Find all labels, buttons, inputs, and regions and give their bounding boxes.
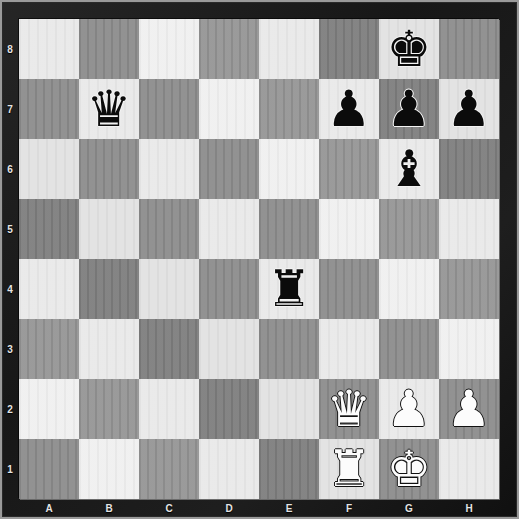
square-b8[interactable]	[79, 19, 139, 79]
square-a2[interactable]	[19, 379, 79, 439]
rank-label-1: 1	[2, 439, 18, 499]
square-a5[interactable]	[19, 199, 79, 259]
square-f1[interactable]: ♜	[319, 439, 379, 499]
square-c6[interactable]	[139, 139, 199, 199]
file-label-b: B	[79, 500, 139, 517]
square-e6[interactable]	[259, 139, 319, 199]
square-h3[interactable]	[439, 319, 499, 379]
square-c5[interactable]	[139, 199, 199, 259]
square-d4[interactable]	[199, 259, 259, 319]
square-d6[interactable]	[199, 139, 259, 199]
square-e8[interactable]	[259, 19, 319, 79]
square-b4[interactable]	[79, 259, 139, 319]
square-b1[interactable]	[79, 439, 139, 499]
square-f4[interactable]	[319, 259, 379, 319]
square-c1[interactable]	[139, 439, 199, 499]
file-label-h: H	[439, 500, 499, 517]
square-g3[interactable]	[379, 319, 439, 379]
square-d2[interactable]	[199, 379, 259, 439]
piece-black-rook-e4[interactable]: ♜	[259, 259, 319, 319]
piece-black-pawn-g7[interactable]: ♟	[379, 79, 439, 139]
square-a7[interactable]	[19, 79, 79, 139]
rank-label-5: 5	[2, 199, 18, 259]
square-g8[interactable]: ♚	[379, 19, 439, 79]
square-e3[interactable]	[259, 319, 319, 379]
square-g7[interactable]: ♟	[379, 79, 439, 139]
square-d8[interactable]	[199, 19, 259, 79]
rank-label-8: 8	[2, 19, 18, 79]
square-d7[interactable]	[199, 79, 259, 139]
square-b2[interactable]	[79, 379, 139, 439]
piece-white-pawn-g2[interactable]: ♟	[379, 379, 439, 439]
square-g5[interactable]	[379, 199, 439, 259]
square-b7[interactable]: ♛	[79, 79, 139, 139]
square-e4[interactable]: ♜	[259, 259, 319, 319]
square-a3[interactable]	[19, 319, 79, 379]
square-g1[interactable]: ♚	[379, 439, 439, 499]
rank-label-4: 4	[2, 259, 18, 319]
square-e1[interactable]	[259, 439, 319, 499]
square-a1[interactable]	[19, 439, 79, 499]
piece-black-queen-b7[interactable]: ♛	[79, 79, 139, 139]
square-b3[interactable]	[79, 319, 139, 379]
square-c4[interactable]	[139, 259, 199, 319]
square-c3[interactable]	[139, 319, 199, 379]
file-label-g: G	[379, 500, 439, 517]
rank-label-7: 7	[2, 79, 18, 139]
piece-black-pawn-f7[interactable]: ♟	[319, 79, 379, 139]
rank-label-2: 2	[2, 379, 18, 439]
square-f7[interactable]: ♟	[319, 79, 379, 139]
file-label-e: E	[259, 500, 319, 517]
square-h1[interactable]	[439, 439, 499, 499]
square-f3[interactable]	[319, 319, 379, 379]
square-h7[interactable]: ♟	[439, 79, 499, 139]
square-e2[interactable]	[259, 379, 319, 439]
square-c7[interactable]	[139, 79, 199, 139]
square-a4[interactable]	[19, 259, 79, 319]
square-h2[interactable]: ♟	[439, 379, 499, 439]
rank-label-3: 3	[2, 319, 18, 379]
piece-white-pawn-h2[interactable]: ♟	[439, 379, 499, 439]
piece-black-bishop-g6[interactable]: ♝	[379, 139, 439, 199]
square-g6[interactable]: ♝	[379, 139, 439, 199]
board: ♚♛♟♟♟♝♜♛♟♟♜♚	[19, 19, 499, 499]
square-e7[interactable]	[259, 79, 319, 139]
piece-black-pawn-h7[interactable]: ♟	[439, 79, 499, 139]
square-c8[interactable]	[139, 19, 199, 79]
square-h8[interactable]	[439, 19, 499, 79]
file-label-c: C	[139, 500, 199, 517]
square-d5[interactable]	[199, 199, 259, 259]
square-h4[interactable]	[439, 259, 499, 319]
square-g2[interactable]: ♟	[379, 379, 439, 439]
file-label-d: D	[199, 500, 259, 517]
square-f5[interactable]	[319, 199, 379, 259]
square-f2[interactable]: ♛	[319, 379, 379, 439]
square-a6[interactable]	[19, 139, 79, 199]
square-h6[interactable]	[439, 139, 499, 199]
square-g4[interactable]	[379, 259, 439, 319]
file-label-f: F	[319, 500, 379, 517]
file-label-a: A	[19, 500, 79, 517]
chess-diagram: ♚♛♟♟♟♝♜♛♟♟♜♚ 87654321ABCDEFGH	[0, 0, 519, 519]
piece-white-king-g1[interactable]: ♚	[379, 439, 439, 499]
square-b5[interactable]	[79, 199, 139, 259]
square-c2[interactable]	[139, 379, 199, 439]
piece-white-rook-f1[interactable]: ♜	[319, 439, 379, 499]
square-a8[interactable]	[19, 19, 79, 79]
square-h5[interactable]	[439, 199, 499, 259]
piece-white-queen-f2[interactable]: ♛	[319, 379, 379, 439]
square-b6[interactable]	[79, 139, 139, 199]
square-f8[interactable]	[319, 19, 379, 79]
square-d3[interactable]	[199, 319, 259, 379]
rank-label-6: 6	[2, 139, 18, 199]
square-e5[interactable]	[259, 199, 319, 259]
square-f6[interactable]	[319, 139, 379, 199]
square-d1[interactable]	[199, 439, 259, 499]
piece-black-king-g8[interactable]: ♚	[379, 19, 439, 79]
